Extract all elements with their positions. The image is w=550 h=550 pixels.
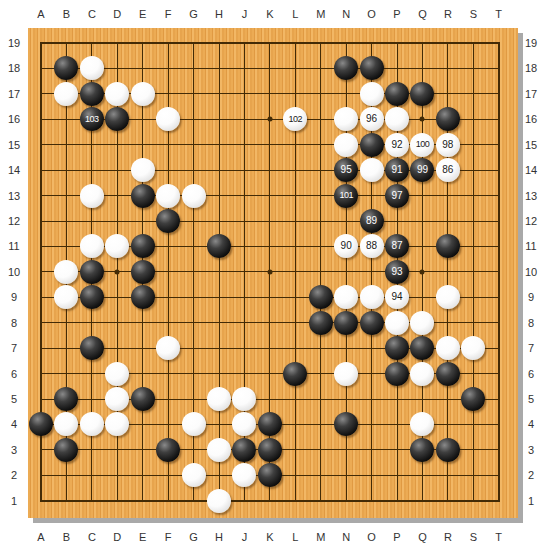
coord-right-19: 19	[525, 37, 537, 49]
coord-top-G: G	[189, 8, 198, 20]
stone-black[interactable]	[410, 82, 434, 106]
coord-right-12: 12	[525, 215, 537, 227]
stone-black[interactable]	[80, 260, 104, 284]
stone-white[interactable]	[80, 184, 104, 208]
coord-left-14: 14	[8, 164, 20, 176]
stone-white[interactable]: 88	[360, 234, 384, 258]
coord-bottom-B: B	[63, 531, 70, 543]
move-number-label: 89	[366, 216, 377, 226]
stone-black[interactable]: 97	[385, 184, 409, 208]
stone-black[interactable]	[360, 133, 384, 157]
stone-white[interactable]: 86	[436, 158, 460, 182]
coord-right-6: 6	[528, 368, 534, 380]
move-number-label: 102	[289, 115, 303, 124]
coord-top-H: H	[215, 8, 223, 20]
coord-top-E: E	[139, 8, 146, 20]
stone-white[interactable]	[105, 362, 129, 386]
stone-white[interactable]	[105, 234, 129, 258]
stone-black[interactable]: 89	[360, 209, 384, 233]
star-point	[267, 117, 272, 122]
coord-top-M: M	[316, 8, 325, 20]
coord-top-K: K	[266, 8, 273, 20]
coord-bottom-G: G	[189, 531, 198, 543]
move-number-label: 88	[366, 241, 377, 251]
coord-bottom-L: L	[292, 531, 298, 543]
stone-black[interactable]	[385, 82, 409, 106]
stone-black[interactable]	[283, 362, 307, 386]
stone-white[interactable]	[410, 311, 434, 335]
coord-top-D: D	[113, 8, 121, 20]
stone-black[interactable]	[436, 234, 460, 258]
stone-black[interactable]	[410, 438, 434, 462]
stone-white[interactable]	[182, 184, 206, 208]
coord-bottom-T: T	[495, 531, 502, 543]
coord-left-3: 3	[11, 444, 17, 456]
coord-bottom-N: N	[342, 531, 350, 543]
coord-left-15: 15	[8, 139, 20, 151]
stone-white[interactable]	[232, 387, 256, 411]
stone-white[interactable]: 100	[410, 133, 434, 157]
stone-white[interactable]	[54, 82, 78, 106]
coord-bottom-P: P	[393, 531, 400, 543]
coord-top-F: F	[165, 8, 172, 20]
stone-white[interactable]	[54, 260, 78, 284]
stone-white[interactable]	[156, 184, 180, 208]
stone-white[interactable]: 98	[436, 133, 460, 157]
stone-white[interactable]	[54, 285, 78, 309]
stone-black[interactable]	[131, 285, 155, 309]
coord-top-R: R	[444, 8, 452, 20]
coord-bottom-R: R	[444, 531, 452, 543]
stone-white[interactable]	[105, 387, 129, 411]
stone-white[interactable]	[182, 463, 206, 487]
coord-left-11: 11	[8, 240, 19, 252]
coord-left-12: 12	[8, 215, 20, 227]
coord-top-S: S	[470, 8, 477, 20]
move-number-label: 87	[391, 241, 402, 251]
stone-white[interactable]: 94	[385, 285, 409, 309]
coord-bottom-S: S	[470, 531, 477, 543]
stone-black[interactable]	[131, 387, 155, 411]
stone-black[interactable]	[258, 412, 282, 436]
stone-black[interactable]	[80, 285, 104, 309]
stone-black[interactable]	[334, 56, 358, 80]
stone-black[interactable]	[258, 438, 282, 462]
coord-bottom-D: D	[113, 531, 121, 543]
coord-left-17: 17	[8, 88, 20, 100]
move-number-label: 101	[339, 191, 353, 200]
stone-black[interactable]	[80, 82, 104, 106]
stone-white[interactable]	[436, 285, 460, 309]
coord-right-10: 10	[525, 266, 537, 278]
move-number-label: 91	[391, 165, 402, 175]
coord-right-1: 1	[528, 495, 534, 507]
stone-white[interactable]	[156, 336, 180, 360]
coord-right-14: 14	[525, 164, 537, 176]
coord-left-4: 4	[11, 418, 17, 430]
move-number-label: 95	[341, 165, 352, 175]
stone-black[interactable]	[232, 438, 256, 462]
coord-right-5: 5	[528, 393, 534, 405]
coord-right-3: 3	[528, 444, 534, 456]
move-number-label: 96	[366, 114, 377, 124]
stone-black[interactable]	[410, 336, 434, 360]
coord-top-O: O	[367, 8, 376, 20]
coord-top-Q: Q	[418, 8, 427, 20]
stone-black[interactable]	[156, 209, 180, 233]
stone-black[interactable]	[131, 260, 155, 284]
move-number-label: 93	[391, 267, 402, 277]
coord-bottom-J: J	[242, 531, 248, 543]
stone-white[interactable]	[436, 336, 460, 360]
coord-top-P: P	[393, 8, 400, 20]
stone-black[interactable]: 87	[385, 234, 409, 258]
stone-white[interactable]	[207, 438, 231, 462]
coord-right-17: 17	[525, 88, 537, 100]
stone-black[interactable]	[80, 336, 104, 360]
stone-white[interactable]	[385, 311, 409, 335]
coord-right-16: 16	[525, 113, 537, 125]
stone-white[interactable]	[105, 82, 129, 106]
coord-left-5: 5	[11, 393, 17, 405]
stone-white[interactable]: 102	[283, 107, 307, 131]
stone-black[interactable]	[309, 285, 333, 309]
coord-top-C: C	[88, 8, 96, 20]
coord-left-10: 10	[8, 266, 20, 278]
coord-left-9: 9	[11, 291, 17, 303]
coord-left-8: 8	[11, 317, 17, 329]
move-number-label: 97	[391, 191, 402, 201]
coord-left-6: 6	[11, 368, 17, 380]
stone-black[interactable]	[54, 387, 78, 411]
stone-white[interactable]	[232, 463, 256, 487]
coord-left-19: 19	[8, 37, 20, 49]
coord-bottom-O: O	[367, 531, 376, 543]
move-number-label: 92	[391, 140, 402, 150]
coord-right-9: 9	[528, 291, 534, 303]
stone-white[interactable]	[334, 107, 358, 131]
stone-white[interactable]	[156, 107, 180, 131]
coord-top-B: B	[63, 8, 70, 20]
move-number-label: 100	[416, 140, 430, 149]
stone-white[interactable]	[207, 387, 231, 411]
stone-black[interactable]	[54, 438, 78, 462]
coord-top-N: N	[342, 8, 350, 20]
coord-bottom-C: C	[88, 531, 96, 543]
stone-black[interactable]	[436, 362, 460, 386]
coord-left-7: 7	[11, 342, 17, 354]
stone-white[interactable]	[182, 412, 206, 436]
coord-bottom-E: E	[139, 531, 146, 543]
stone-white[interactable]	[54, 412, 78, 436]
go-board-app: 1031029692100989591998610197899088879394…	[0, 0, 550, 550]
go-board-surface[interactable]: 1031029692100989591998610197899088879394	[28, 28, 518, 518]
coord-right-18: 18	[525, 62, 537, 74]
coord-bottom-A: A	[37, 531, 44, 543]
move-number-label: 103	[85, 115, 99, 124]
coord-right-15: 15	[525, 139, 537, 151]
stone-black[interactable]	[360, 56, 384, 80]
stone-white[interactable]	[334, 285, 358, 309]
stone-white[interactable]	[80, 56, 104, 80]
move-number-label: 94	[391, 292, 402, 302]
coord-left-1: 1	[11, 495, 17, 507]
stone-white[interactable]	[385, 107, 409, 131]
stone-white[interactable]	[334, 133, 358, 157]
stone-black[interactable]	[156, 438, 180, 462]
stone-black[interactable]	[436, 438, 460, 462]
stone-white[interactable]	[410, 412, 434, 436]
stone-white[interactable]	[80, 412, 104, 436]
coord-bottom-F: F	[165, 531, 172, 543]
stone-black[interactable]	[360, 311, 384, 335]
stone-black[interactable]	[436, 107, 460, 131]
stone-black[interactable]: 103	[80, 107, 104, 131]
coord-bottom-Q: Q	[418, 531, 427, 543]
move-number-label: 90	[341, 241, 352, 251]
coord-left-2: 2	[11, 469, 17, 481]
stone-white[interactable]	[207, 489, 231, 513]
coord-top-L: L	[292, 8, 298, 20]
stone-white[interactable]: 96	[360, 107, 384, 131]
coord-top-J: J	[242, 8, 248, 20]
stone-black[interactable]	[461, 387, 485, 411]
stone-black[interactable]	[385, 362, 409, 386]
stone-black[interactable]	[334, 311, 358, 335]
stone-black[interactable]	[385, 336, 409, 360]
stone-black[interactable]	[105, 107, 129, 131]
stone-black[interactable]: 101	[334, 184, 358, 208]
coord-right-7: 7	[528, 342, 534, 354]
coord-right-2: 2	[528, 469, 534, 481]
stone-white[interactable]	[360, 82, 384, 106]
coord-left-16: 16	[8, 113, 20, 125]
stone-white[interactable]: 90	[334, 234, 358, 258]
coord-top-T: T	[495, 8, 502, 20]
stone-black[interactable]: 95	[334, 158, 358, 182]
stone-white[interactable]	[360, 158, 384, 182]
stone-black[interactable]	[29, 412, 53, 436]
stone-black[interactable]	[309, 311, 333, 335]
stone-white[interactable]: 92	[385, 133, 409, 157]
coord-right-13: 13	[525, 190, 537, 202]
coord-bottom-K: K	[266, 531, 273, 543]
stone-black[interactable]	[258, 463, 282, 487]
stone-black[interactable]: 91	[385, 158, 409, 182]
coord-right-8: 8	[528, 317, 534, 329]
stone-white[interactable]	[410, 362, 434, 386]
stone-black[interactable]: 93	[385, 260, 409, 284]
stone-white[interactable]	[105, 412, 129, 436]
coord-left-13: 13	[8, 190, 20, 202]
stone-white[interactable]	[232, 412, 256, 436]
stone-black[interactable]	[131, 184, 155, 208]
stone-black[interactable]	[54, 56, 78, 80]
move-number-label: 99	[417, 165, 428, 175]
stone-white[interactable]	[131, 82, 155, 106]
stone-white[interactable]	[334, 362, 358, 386]
stone-black[interactable]: 99	[410, 158, 434, 182]
stone-white[interactable]	[80, 234, 104, 258]
stone-white[interactable]	[461, 336, 485, 360]
star-point	[115, 269, 120, 274]
stone-white[interactable]	[131, 158, 155, 182]
stone-white[interactable]	[360, 285, 384, 309]
star-point	[420, 269, 425, 274]
stone-black[interactable]	[207, 234, 231, 258]
star-point	[420, 117, 425, 122]
move-number-label: 98	[442, 140, 453, 150]
coord-bottom-H: H	[215, 531, 223, 543]
stone-black[interactable]	[334, 412, 358, 436]
coord-left-18: 18	[8, 62, 20, 74]
stone-black[interactable]	[131, 234, 155, 258]
coord-right-4: 4	[528, 418, 534, 430]
star-point	[267, 269, 272, 274]
coord-bottom-M: M	[316, 531, 325, 543]
coord-top-A: A	[37, 8, 44, 20]
coord-right-11: 11	[525, 240, 536, 252]
move-number-label: 86	[442, 165, 453, 175]
